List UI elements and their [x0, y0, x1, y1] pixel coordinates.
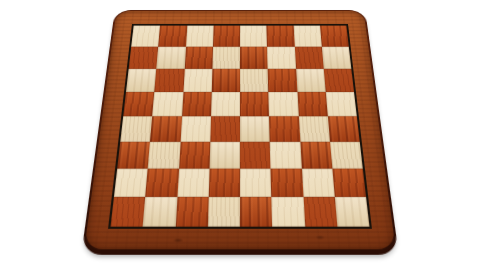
square-g6[interactable]	[296, 69, 326, 92]
square-a7[interactable]	[129, 47, 159, 69]
square-f6[interactable]	[268, 69, 297, 92]
square-b5[interactable]	[152, 92, 183, 116]
square-d7[interactable]	[212, 47, 240, 69]
square-d4[interactable]	[210, 116, 240, 142]
square-b6[interactable]	[154, 69, 184, 92]
square-g5[interactable]	[297, 92, 328, 116]
square-h2[interactable]	[332, 169, 366, 197]
square-e4[interactable]	[240, 116, 270, 142]
photo-background	[0, 0, 480, 270]
square-g3[interactable]	[300, 142, 332, 169]
square-h3[interactable]	[330, 142, 363, 169]
square-h8[interactable]	[320, 26, 349, 47]
square-g4[interactable]	[298, 116, 329, 142]
square-f1[interactable]	[272, 197, 305, 227]
square-a6[interactable]	[126, 69, 156, 92]
square-g8[interactable]	[293, 26, 321, 47]
square-b8[interactable]	[158, 26, 186, 47]
square-e7[interactable]	[240, 47, 268, 69]
square-h4[interactable]	[328, 116, 360, 142]
square-e5[interactable]	[240, 92, 269, 116]
square-e3[interactable]	[240, 142, 271, 169]
square-f2[interactable]	[271, 169, 303, 197]
square-g7[interactable]	[294, 47, 323, 69]
square-e2[interactable]	[240, 169, 272, 197]
square-c2[interactable]	[177, 169, 209, 197]
square-a3[interactable]	[117, 142, 150, 169]
square-b1[interactable]	[143, 197, 177, 227]
square-c1[interactable]	[175, 197, 208, 227]
square-d2[interactable]	[208, 169, 240, 197]
square-g2[interactable]	[301, 169, 334, 197]
square-a5[interactable]	[123, 92, 154, 116]
square-e6[interactable]	[240, 69, 269, 92]
square-c3[interactable]	[179, 142, 210, 169]
square-a2[interactable]	[114, 169, 148, 197]
square-h7[interactable]	[322, 47, 352, 69]
square-e8[interactable]	[240, 26, 267, 47]
playing-field	[108, 24, 372, 229]
square-h6[interactable]	[324, 69, 354, 92]
square-b4[interactable]	[150, 116, 181, 142]
square-d3[interactable]	[209, 142, 240, 169]
square-f8[interactable]	[267, 26, 295, 47]
square-d5[interactable]	[211, 92, 240, 116]
square-h5[interactable]	[326, 92, 357, 116]
square-a4[interactable]	[120, 116, 152, 142]
square-f3[interactable]	[270, 142, 301, 169]
square-c6[interactable]	[183, 69, 212, 92]
square-c5[interactable]	[182, 92, 212, 116]
square-e1[interactable]	[240, 197, 272, 227]
square-d1[interactable]	[208, 197, 240, 227]
board-frame	[84, 11, 396, 249]
square-b3[interactable]	[148, 142, 180, 169]
square-d8[interactable]	[213, 26, 240, 47]
square-a1[interactable]	[111, 197, 146, 227]
square-f5[interactable]	[269, 92, 299, 116]
square-c7[interactable]	[184, 47, 212, 69]
square-c8[interactable]	[186, 26, 214, 47]
square-b7[interactable]	[156, 47, 185, 69]
square-h1[interactable]	[335, 197, 370, 227]
chess-board	[81, 10, 399, 255]
square-g1[interactable]	[303, 197, 337, 227]
square-a8[interactable]	[131, 26, 160, 47]
square-f4[interactable]	[269, 116, 300, 142]
square-c4[interactable]	[180, 116, 211, 142]
square-f7[interactable]	[267, 47, 295, 69]
square-d6[interactable]	[211, 69, 240, 92]
square-b2[interactable]	[145, 169, 178, 197]
